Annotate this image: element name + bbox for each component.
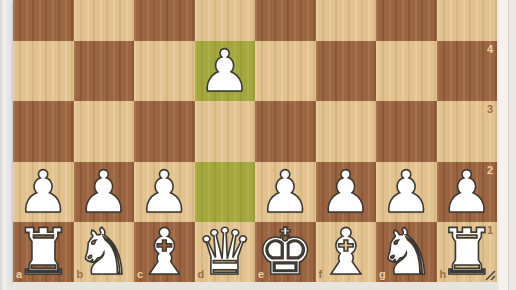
square-c3[interactable]: [134, 101, 195, 161]
square-b2[interactable]: ♟: [74, 162, 135, 222]
square-d4[interactable]: ♟: [195, 41, 256, 101]
square-f4[interactable]: [316, 41, 377, 101]
white-bishop[interactable]: ♝: [134, 222, 195, 282]
white-king[interactable]: ♚: [255, 222, 316, 282]
square-d5[interactable]: [195, 0, 256, 41]
square-b3[interactable]: [74, 101, 135, 161]
square-b4[interactable]: [74, 41, 135, 101]
white-knight[interactable]: ♞: [376, 222, 437, 282]
square-a2[interactable]: ♟: [13, 162, 74, 222]
white-pawn[interactable]: ♟: [13, 162, 74, 222]
page-right-gutter: [497, 0, 516, 290]
page: ♟43♟♟♟♟♟♟2♟a♜b♞c♝d♛e♚f♝g♞h1♜: [0, 0, 516, 290]
square-h5[interactable]: [437, 0, 498, 41]
square-f1[interactable]: f♝: [316, 222, 377, 282]
white-pawn[interactable]: ♟: [134, 162, 195, 222]
white-pawn[interactable]: ♟: [437, 162, 498, 222]
square-a4[interactable]: [13, 41, 74, 101]
square-g2[interactable]: ♟: [376, 162, 437, 222]
rank-label-3: 3: [487, 104, 493, 115]
white-queen[interactable]: ♛: [195, 222, 256, 282]
square-b1[interactable]: b♞: [74, 222, 135, 282]
square-c4[interactable]: [134, 41, 195, 101]
chess-board: ♟43♟♟♟♟♟♟2♟a♜b♞c♝d♛e♚f♝g♞h1♜: [13, 0, 497, 282]
square-d1[interactable]: d♛: [195, 222, 256, 282]
white-pawn[interactable]: ♟: [195, 41, 256, 101]
square-a1[interactable]: a♜: [13, 222, 74, 282]
white-knight[interactable]: ♞: [74, 222, 135, 282]
square-d3[interactable]: [195, 101, 256, 161]
square-h2[interactable]: 2♟: [437, 162, 498, 222]
white-pawn[interactable]: ♟: [376, 162, 437, 222]
square-f3[interactable]: [316, 101, 377, 161]
square-e1[interactable]: e♚: [255, 222, 316, 282]
white-pawn[interactable]: ♟: [255, 162, 316, 222]
square-e2[interactable]: ♟: [255, 162, 316, 222]
square-h4[interactable]: 4: [437, 41, 498, 101]
white-pawn[interactable]: ♟: [316, 162, 377, 222]
square-e4[interactable]: [255, 41, 316, 101]
square-a3[interactable]: [13, 101, 74, 161]
square-g5[interactable]: [376, 0, 437, 41]
square-c1[interactable]: c♝: [134, 222, 195, 282]
white-pawn[interactable]: ♟: [74, 162, 135, 222]
square-h3[interactable]: 3: [437, 101, 498, 161]
white-bishop[interactable]: ♝: [316, 222, 377, 282]
square-c5[interactable]: [134, 0, 195, 41]
square-c2[interactable]: ♟: [134, 162, 195, 222]
square-b5[interactable]: [74, 0, 135, 41]
scrollbar-track[interactable]: [499, 0, 508, 290]
square-f2[interactable]: ♟: [316, 162, 377, 222]
rank-label-4: 4: [487, 44, 493, 55]
board-resize-grip-icon[interactable]: [484, 269, 496, 281]
square-g3[interactable]: [376, 101, 437, 161]
gutter-divider: [508, 0, 509, 290]
square-d2[interactable]: [195, 162, 256, 222]
square-f5[interactable]: [316, 0, 377, 41]
square-e3[interactable]: [255, 101, 316, 161]
page-left-gutter: [0, 0, 13, 290]
square-e5[interactable]: [255, 0, 316, 41]
white-rook[interactable]: ♜: [13, 222, 74, 282]
square-g1[interactable]: g♞: [376, 222, 437, 282]
square-g4[interactable]: [376, 41, 437, 101]
square-a5[interactable]: [13, 0, 74, 41]
